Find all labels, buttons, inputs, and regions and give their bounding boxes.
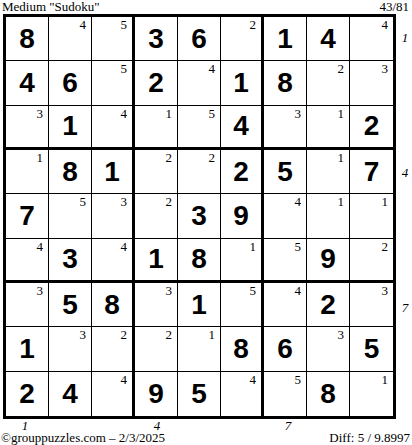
cell-r8c3: 2 (92, 327, 135, 371)
cell-r4c8: 1 (307, 150, 350, 194)
candidate-count: 5 (121, 17, 128, 32)
cell-r5c4: 2 (135, 194, 178, 238)
cell-r3c2: 1 (49, 106, 92, 150)
cell-r9c1: 2 (6, 372, 49, 416)
given-digit: 4 (221, 106, 261, 147)
cell-r4c6: 2 (221, 150, 264, 194)
copyright-text: ©grouppuzzles.com – 2/3/2025 (1, 431, 165, 445)
candidate-count: 1 (166, 106, 173, 121)
given-digit: 7 (6, 194, 48, 237)
cell-r4c9: 7 (350, 150, 393, 194)
cell-r6c4: 1 (135, 239, 178, 283)
given-digit: 1 (6, 327, 48, 370)
cell-r2c3: 5 (92, 61, 135, 105)
cell-r9c6: 4 (221, 372, 264, 416)
row-label-4: 4 (398, 165, 412, 180)
given-digit: 2 (350, 106, 393, 147)
cell-r8c7: 6 (264, 327, 307, 371)
given-digit: 5 (350, 327, 393, 370)
cell-r1c5: 6 (178, 17, 221, 61)
candidate-count: 1 (250, 239, 257, 254)
candidate-count: 4 (209, 61, 216, 76)
cell-r7c5: 1 (178, 283, 221, 327)
given-digit: 4 (307, 17, 349, 60)
cell-r4c5: 2 (178, 150, 221, 194)
row-label-1: 1 (398, 30, 412, 45)
cell-r2c1: 4 (6, 61, 49, 105)
cell-r1c7: 1 (264, 17, 307, 61)
candidate-count: 2 (338, 61, 345, 76)
given-digit: 9 (221, 194, 261, 237)
given-digit: 6 (264, 327, 306, 370)
cell-r5c5: 3 (178, 194, 221, 238)
cell-r2c5: 4 (178, 61, 221, 105)
cell-r7c6: 5 (221, 283, 264, 327)
candidate-count: 2 (382, 239, 389, 254)
cell-r3c5: 5 (178, 106, 221, 150)
given-digit: 2 (221, 150, 261, 193)
cell-r3c6: 4 (221, 106, 264, 150)
cell-r7c7: 4 (264, 283, 307, 327)
cell-r7c2: 5 (49, 283, 92, 327)
given-digit: 2 (307, 283, 349, 326)
cell-r8c4: 2 (135, 327, 178, 371)
cell-r5c6: 9 (221, 194, 264, 238)
candidate-count: 3 (166, 283, 173, 298)
given-digit: 4 (6, 61, 48, 104)
cell-r8c1: 1 (6, 327, 49, 371)
candidate-count: 3 (80, 327, 87, 342)
given-digit: 8 (178, 239, 220, 280)
candidate-count: 2 (121, 327, 128, 342)
given-digit: 1 (178, 283, 220, 326)
given-digit: 8 (92, 283, 132, 326)
candidate-count: 5 (250, 283, 257, 298)
cell-counter: 43/81 (379, 0, 409, 14)
cell-r3c3: 4 (92, 106, 135, 150)
candidate-count: 3 (37, 106, 44, 121)
given-digit: 5 (264, 150, 306, 193)
difficulty-text: Diff: 5 / 9.8997 (329, 431, 410, 445)
cell-r2c6: 1 (221, 61, 264, 105)
given-digit: 3 (49, 239, 91, 280)
cell-r4c2: 8 (49, 150, 92, 194)
candidate-count: 3 (295, 106, 302, 121)
candidate-count: 1 (382, 372, 389, 387)
cell-r1c9: 4 (350, 17, 393, 61)
given-digit: 4 (49, 372, 91, 416)
given-digit: 6 (49, 61, 91, 104)
cell-r1c2: 4 (49, 17, 92, 61)
cell-r8c5: 1 (178, 327, 221, 371)
candidate-count: 2 (166, 150, 173, 165)
cell-r8c8: 3 (307, 327, 350, 371)
cell-r9c5: 5 (178, 372, 221, 416)
cell-r9c4: 9 (135, 372, 178, 416)
candidate-count: 4 (80, 17, 87, 32)
cell-r5c9: 1 (350, 194, 393, 238)
candidate-count: 1 (209, 327, 216, 342)
cell-r1c1: 8 (6, 17, 49, 61)
given-digit: 3 (178, 194, 220, 237)
candidate-count: 4 (250, 372, 257, 387)
cell-r5c7: 4 (264, 194, 307, 238)
given-digit: 6 (178, 17, 220, 60)
cell-r8c6: 8 (221, 327, 264, 371)
candidate-count: 1 (338, 150, 345, 165)
cell-r8c2: 3 (49, 327, 92, 371)
candidate-count: 4 (382, 17, 389, 32)
candidate-count: 4 (295, 194, 302, 209)
cell-r9c7: 5 (264, 372, 307, 416)
row-label-7: 7 (398, 300, 412, 315)
candidate-count: 5 (121, 61, 128, 76)
cell-r6c6: 1 (221, 239, 264, 283)
cell-r3c7: 3 (264, 106, 307, 150)
cell-r7c9: 3 (350, 283, 393, 327)
candidate-count: 1 (37, 150, 44, 165)
given-digit: 1 (92, 150, 132, 193)
given-digit: 9 (307, 239, 349, 280)
cell-r9c8: 8 (307, 372, 350, 416)
cell-r3c4: 1 (135, 106, 178, 150)
candidate-count: 2 (166, 194, 173, 209)
cell-r1c8: 4 (307, 17, 350, 61)
given-digit: 1 (264, 17, 306, 60)
col-label-7: 7 (281, 419, 295, 433)
candidate-count: 4 (121, 239, 128, 254)
given-digit: 2 (6, 372, 48, 416)
cell-r1c6: 2 (221, 17, 264, 61)
cell-r9c9: 1 (350, 372, 393, 416)
cell-r6c7: 5 (264, 239, 307, 283)
candidate-count: 3 (121, 194, 128, 209)
cell-r5c1: 7 (6, 194, 49, 238)
candidate-count: 5 (209, 106, 216, 121)
puzzle-title: Medium "Sudoku" (2, 0, 100, 14)
cell-r7c1: 3 (6, 283, 49, 327)
cell-r7c3: 8 (92, 283, 135, 327)
given-digit: 8 (307, 372, 349, 416)
cell-r7c8: 2 (307, 283, 350, 327)
candidate-count: 1 (338, 106, 345, 121)
cell-r9c2: 4 (49, 372, 92, 416)
given-digit: 1 (135, 239, 177, 280)
candidate-count: 3 (338, 327, 345, 342)
candidate-count: 3 (382, 283, 389, 298)
candidate-count: 4 (121, 106, 128, 121)
candidate-count: 4 (121, 372, 128, 387)
cell-r2c8: 2 (307, 61, 350, 105)
cell-r3c9: 2 (350, 106, 393, 150)
candidate-count: 5 (295, 372, 302, 387)
sudoku-grid: 8453621444652418233141543121812225177532… (3, 14, 396, 419)
cell-r6c8: 9 (307, 239, 350, 283)
candidate-count: 4 (37, 239, 44, 254)
sudoku-puzzle-page: Medium "Sudoku" 43/81 845362144465241823… (0, 0, 412, 445)
cell-r5c8: 1 (307, 194, 350, 238)
cell-r2c2: 6 (49, 61, 92, 105)
cell-r7c4: 3 (135, 283, 178, 327)
cell-r8c9: 5 (350, 327, 393, 371)
candidate-count: 2 (209, 150, 216, 165)
cell-r5c3: 3 (92, 194, 135, 238)
cell-r2c4: 2 (135, 61, 178, 105)
candidate-count: 2 (166, 327, 173, 342)
cell-r6c2: 3 (49, 239, 92, 283)
given-digit: 8 (49, 150, 91, 193)
given-digit: 8 (264, 61, 306, 104)
cell-r4c4: 2 (135, 150, 178, 194)
candidate-count: 3 (37, 283, 44, 298)
cell-r1c3: 5 (92, 17, 135, 61)
given-digit: 8 (221, 327, 261, 370)
cell-r3c8: 1 (307, 106, 350, 150)
candidate-count: 4 (295, 283, 302, 298)
given-digit: 3 (135, 17, 177, 60)
candidate-count: 1 (338, 194, 345, 209)
given-digit: 5 (49, 283, 91, 326)
cell-r4c3: 1 (92, 150, 135, 194)
cell-r4c1: 1 (6, 150, 49, 194)
cell-r4c7: 5 (264, 150, 307, 194)
candidate-count: 5 (80, 194, 87, 209)
given-digit: 1 (49, 106, 91, 147)
cell-r9c3: 4 (92, 372, 135, 416)
cell-r6c5: 8 (178, 239, 221, 283)
cell-r6c1: 4 (6, 239, 49, 283)
cell-r5c2: 5 (49, 194, 92, 238)
cell-r1c4: 3 (135, 17, 178, 61)
given-digit: 9 (135, 372, 177, 416)
given-digit: 8 (6, 17, 48, 60)
given-digit: 5 (178, 372, 220, 416)
given-digit: 2 (135, 61, 177, 104)
given-digit: 1 (221, 61, 261, 104)
cell-r3c1: 3 (6, 106, 49, 150)
candidate-count: 3 (382, 61, 389, 76)
cell-r6c3: 4 (92, 239, 135, 283)
candidate-count: 1 (382, 194, 389, 209)
given-digit: 7 (350, 150, 393, 193)
cell-r2c7: 8 (264, 61, 307, 105)
cell-r2c9: 3 (350, 61, 393, 105)
cell-r6c9: 2 (350, 239, 393, 283)
candidate-count: 2 (250, 17, 257, 32)
candidate-count: 5 (295, 239, 302, 254)
